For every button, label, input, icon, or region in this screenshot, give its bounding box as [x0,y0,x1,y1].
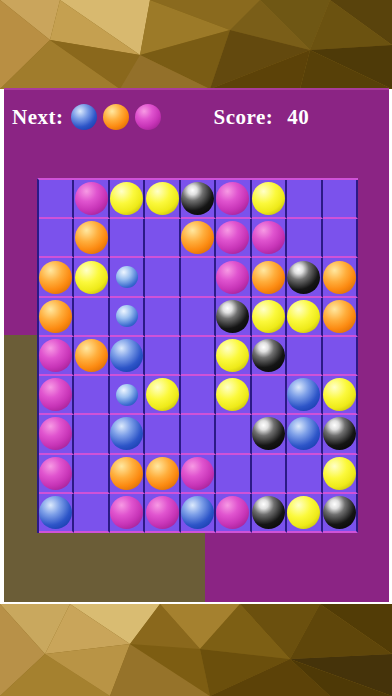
blue-ball[interactable] [287,417,320,450]
cell-r6c7[interactable] [252,376,287,415]
cell-r8c9[interactable] [323,455,358,494]
cell-r4c4[interactable] [145,298,180,337]
cell-r7c7[interactable] [252,415,287,454]
cell-r4c8[interactable] [287,298,322,337]
cell-r6c3[interactable] [110,376,145,415]
cell-r2c7[interactable] [252,219,287,258]
blue-ball[interactable] [39,496,72,529]
yellow-ball[interactable] [216,378,249,411]
cell-r2c6[interactable] [216,219,251,258]
cell-r4c7[interactable] [252,298,287,337]
black-ball[interactable] [252,417,285,450]
cell-r6c9[interactable] [323,376,358,415]
black-ball[interactable] [323,417,356,450]
magenta-ball[interactable] [110,496,143,529]
cell-r5c3[interactable] [110,337,145,376]
yellow-ball[interactable] [252,182,285,215]
cell-r3c4[interactable] [145,258,180,297]
yellow-ball[interactable] [287,300,320,333]
small-blue-preview-ball[interactable] [116,305,138,327]
black-ball[interactable] [287,261,320,294]
cell-r6c5[interactable] [181,376,216,415]
yellow-ball[interactable] [323,378,356,411]
cell-r5c1[interactable] [39,337,74,376]
cell-r2c1[interactable] [39,219,74,258]
cell-r8c4[interactable] [145,455,180,494]
cell-r1c3[interactable] [110,180,145,219]
black-ball[interactable] [252,496,285,529]
cell-r2c9[interactable] [323,219,358,258]
cell-r1c6[interactable] [216,180,251,219]
cell-r5c6[interactable] [216,337,251,376]
cell-r6c6[interactable] [216,376,251,415]
cell-r2c2[interactable] [74,219,109,258]
cell-r6c1[interactable] [39,376,74,415]
magenta-ball[interactable] [39,457,72,490]
cell-r3c2[interactable] [74,258,109,297]
cell-r9c3[interactable] [110,494,145,533]
orange-ball[interactable] [252,261,285,294]
blue-ball[interactable] [287,378,320,411]
magenta-ball[interactable] [39,417,72,450]
cell-r2c8[interactable] [287,219,322,258]
cell-r5c4[interactable] [145,337,180,376]
cell-r8c5[interactable] [181,455,216,494]
yellow-ball[interactable] [287,496,320,529]
orange-ball [103,104,129,130]
yellow-ball[interactable] [146,182,179,215]
black-ball[interactable] [216,300,249,333]
cell-r3c1[interactable] [39,258,74,297]
cell-r1c2[interactable] [74,180,109,219]
blue-ball [71,104,97,130]
cell-r1c1[interactable] [39,180,74,219]
cell-r5c8[interactable] [287,337,322,376]
orange-ball[interactable] [110,457,143,490]
cell-r1c9[interactable] [323,180,358,219]
cell-r9c9[interactable] [323,494,358,533]
cell-r3c3[interactable] [110,258,145,297]
black-ball[interactable] [323,496,356,529]
cell-r8c6[interactable] [216,455,251,494]
cell-r1c5[interactable] [181,180,216,219]
orange-ball[interactable] [181,221,214,254]
cell-r4c9[interactable] [323,298,358,337]
cell-r9c5[interactable] [181,494,216,533]
cell-r2c5[interactable] [181,219,216,258]
black-ball[interactable] [181,182,214,215]
cell-r4c5[interactable] [181,298,216,337]
score-label: Score: [213,105,273,130]
cell-r9c1[interactable] [39,494,74,533]
cell-r1c7[interactable] [252,180,287,219]
orange-ball[interactable] [39,261,72,294]
cell-r4c2[interactable] [74,298,109,337]
cell-r7c8[interactable] [287,415,322,454]
magenta-ball[interactable] [146,496,179,529]
magenta-ball[interactable] [252,221,285,254]
cell-r8c8[interactable] [287,455,322,494]
cell-r6c4[interactable] [145,376,180,415]
magenta-ball[interactable] [39,339,72,372]
cell-r1c8[interactable] [287,180,322,219]
cell-r7c2[interactable] [74,415,109,454]
cell-r7c9[interactable] [323,415,358,454]
cell-r8c1[interactable] [39,455,74,494]
orange-ball[interactable] [146,457,179,490]
cell-r1c4[interactable] [145,180,180,219]
magenta-ball[interactable] [216,261,249,294]
gold-lowpoly-top-background [0,0,392,89]
cell-r9c2[interactable] [74,494,109,533]
blue-ball[interactable] [181,496,214,529]
cell-r5c5[interactable] [181,337,216,376]
gold-lowpoly-bottom-background [0,604,392,696]
orange-ball[interactable] [75,221,108,254]
cell-r8c3[interactable] [110,455,145,494]
game-header: Next: Score: 40 [12,101,380,133]
cell-r4c3[interactable] [110,298,145,337]
next-label: Next: [12,105,63,130]
orange-ball[interactable] [75,339,108,372]
small-blue-preview-ball[interactable] [116,384,138,406]
cell-r7c4[interactable] [145,415,180,454]
cell-r5c2[interactable] [74,337,109,376]
orange-ball[interactable] [39,300,72,333]
cell-r9c7[interactable] [252,494,287,533]
cell-r5c7[interactable] [252,337,287,376]
yellow-ball[interactable] [146,378,179,411]
cell-r3c7[interactable] [252,258,287,297]
cell-r6c2[interactable] [74,376,109,415]
cell-r7c1[interactable] [39,415,74,454]
cell-r7c3[interactable] [110,415,145,454]
magenta-ball[interactable] [75,182,108,215]
cell-r3c9[interactable] [323,258,358,297]
cell-r4c6[interactable] [216,298,251,337]
cell-r5c9[interactable] [323,337,358,376]
yellow-ball[interactable] [110,182,143,215]
yellow-ball[interactable] [252,300,285,333]
cell-r9c4[interactable] [145,494,180,533]
small-blue-preview-ball[interactable] [116,266,138,288]
yellow-ball[interactable] [216,339,249,372]
blue-ball[interactable] [110,339,143,372]
magenta-ball [135,104,161,130]
blue-ball[interactable] [110,417,143,450]
cell-r2c3[interactable] [110,219,145,258]
cell-r9c8[interactable] [287,494,322,533]
magenta-ball[interactable] [181,457,214,490]
magenta-ball[interactable] [216,182,249,215]
cell-r8c7[interactable] [252,455,287,494]
yellow-ball[interactable] [75,261,108,294]
cell-r7c6[interactable] [216,415,251,454]
cell-r3c6[interactable] [216,258,251,297]
cell-r2c4[interactable] [145,219,180,258]
magenta-ball[interactable] [39,378,72,411]
yellow-ball[interactable] [323,457,356,490]
orange-ball[interactable] [323,300,356,333]
next-balls-preview [71,104,161,130]
score-value: 40 [287,105,309,130]
cell-r7c5[interactable] [181,415,216,454]
cell-r6c8[interactable] [287,376,322,415]
magenta-ball[interactable] [216,221,249,254]
cell-r4c1[interactable] [39,298,74,337]
cell-r9c6[interactable] [216,494,251,533]
magenta-ball[interactable] [216,496,249,529]
cell-r3c8[interactable] [287,258,322,297]
cell-r3c5[interactable] [181,258,216,297]
lines-board [37,178,358,533]
cell-r8c2[interactable] [74,455,109,494]
orange-ball[interactable] [323,261,356,294]
black-ball[interactable] [252,339,285,372]
